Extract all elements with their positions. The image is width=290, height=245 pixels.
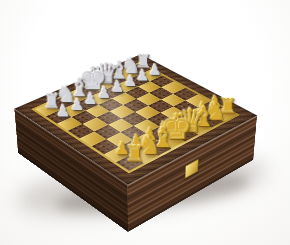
- product-photo-stage: ♜♞♝♚♛♝♞♜♟♟♟♟♟♟♟♟♟♟♟♟♟♟♟♟♜♞♝♚♛♝♞♜: [0, 0, 290, 245]
- chess-case: ♜♞♝♚♛♝♞♜♟♟♟♟♟♟♟♟♟♟♟♟♟♟♟♟♜♞♝♚♛♝♞♜: [14, 54, 257, 184]
- white-pawn-h2: ♟: [56, 103, 71, 119]
- white-pawn-f2: ♟: [84, 91, 98, 107]
- black-rook-h8: ♜: [125, 143, 146, 166]
- white-pawn-g2: ♟: [70, 97, 84, 113]
- white-pawn-e2: ♟: [97, 85, 111, 101]
- white-pawn-c2: ♟: [123, 74, 137, 89]
- brass-latch-icon: [185, 159, 199, 179]
- square-f4: [96, 111, 121, 125]
- scene: ♜♞♝♚♛♝♞♜♟♟♟♟♟♟♟♟♟♟♟♟♟♟♟♟♜♞♝♚♛♝♞♜: [49, 26, 221, 198]
- white-pawn-b2: ♟: [136, 68, 150, 83]
- white-pawn-d2: ♟: [110, 79, 124, 95]
- white-pawn-a2: ♟: [148, 63, 161, 78]
